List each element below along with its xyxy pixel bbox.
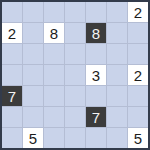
cell-r5c1[interactable]: 7 (2, 86, 22, 106)
cell-r7c6[interactable] (107, 128, 127, 148)
cell-r7c5[interactable] (86, 128, 106, 148)
cell-r1c4[interactable] (65, 2, 85, 22)
cell-r4c7[interactable]: 2 (128, 65, 148, 85)
cell-r7c2[interactable]: 5 (23, 128, 43, 148)
cell-r3c4[interactable] (65, 44, 85, 64)
cell-r6c1[interactable] (2, 107, 22, 127)
cell-r6c6[interactable] (107, 107, 127, 127)
cell-r3c1[interactable] (2, 44, 22, 64)
cell-r4c2[interactable] (23, 65, 43, 85)
cell-r7c1[interactable] (2, 128, 22, 148)
cell-r3c7[interactable] (128, 44, 148, 64)
cell-r1c6[interactable] (107, 2, 127, 22)
cell-r4c3[interactable] (44, 65, 64, 85)
puzzle-board: 2288327755 (0, 0, 150, 150)
cell-r7c4[interactable] (65, 128, 85, 148)
cell-r6c4[interactable] (65, 107, 85, 127)
cell-r5c2[interactable] (23, 86, 43, 106)
cell-r2c2[interactable] (23, 23, 43, 43)
cell-r7c3[interactable] (44, 128, 64, 148)
cell-r4c5[interactable]: 3 (86, 65, 106, 85)
cell-r2c3[interactable]: 8 (44, 23, 64, 43)
cell-r6c2[interactable] (23, 107, 43, 127)
cell-r7c7[interactable]: 5 (128, 128, 148, 148)
cell-r5c4[interactable] (65, 86, 85, 106)
cell-r3c3[interactable] (44, 44, 64, 64)
cell-r6c7[interactable] (128, 107, 148, 127)
cell-r2c6[interactable] (107, 23, 127, 43)
cell-r1c5[interactable] (86, 2, 106, 22)
cell-r2c7[interactable] (128, 23, 148, 43)
cell-r3c2[interactable] (23, 44, 43, 64)
cell-r1c2[interactable] (23, 2, 43, 22)
cell-r2c1[interactable]: 2 (2, 23, 22, 43)
cell-r6c3[interactable] (44, 107, 64, 127)
cell-r3c5[interactable] (86, 44, 106, 64)
cell-r1c1[interactable] (2, 2, 22, 22)
cell-r5c7[interactable] (128, 86, 148, 106)
cell-r4c1[interactable] (2, 65, 22, 85)
cell-r2c4[interactable] (65, 23, 85, 43)
cell-r5c3[interactable] (44, 86, 64, 106)
cell-r5c5[interactable] (86, 86, 106, 106)
cell-r1c3[interactable] (44, 2, 64, 22)
cell-r3c6[interactable] (107, 44, 127, 64)
cell-r5c6[interactable] (107, 86, 127, 106)
cell-r2c5[interactable]: 8 (86, 23, 106, 43)
cell-r1c7[interactable]: 2 (128, 2, 148, 22)
cell-r6c5[interactable]: 7 (86, 107, 106, 127)
cell-r4c4[interactable] (65, 65, 85, 85)
cell-r4c6[interactable] (107, 65, 127, 85)
